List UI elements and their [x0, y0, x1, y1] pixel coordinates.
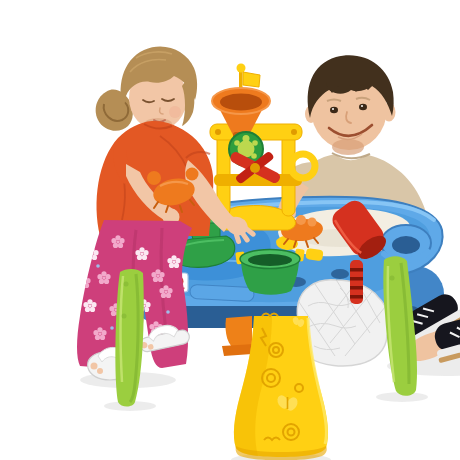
girl-cheek — [169, 106, 181, 118]
boy-eye-glint — [361, 105, 363, 107]
rim-handle-indent — [190, 284, 255, 301]
boy-eye-right — [359, 104, 367, 110]
scene-canvas — [40, 16, 460, 460]
scoop-handle — [350, 260, 363, 304]
boy-neck-shadow — [332, 139, 364, 155]
corner-holder-hole — [392, 236, 420, 254]
product-photo — [40, 16, 460, 460]
boy-eye-glint — [332, 108, 334, 110]
rear-orange-leg — [222, 316, 254, 356]
tower-bolt — [291, 129, 297, 135]
boy-eye-left — [330, 107, 338, 113]
tower-crossbar-mid — [214, 174, 302, 186]
flag — [237, 64, 261, 91]
deck-hole — [331, 269, 349, 279]
girl-ponytail — [96, 90, 133, 131]
tower-bolt — [215, 129, 221, 135]
